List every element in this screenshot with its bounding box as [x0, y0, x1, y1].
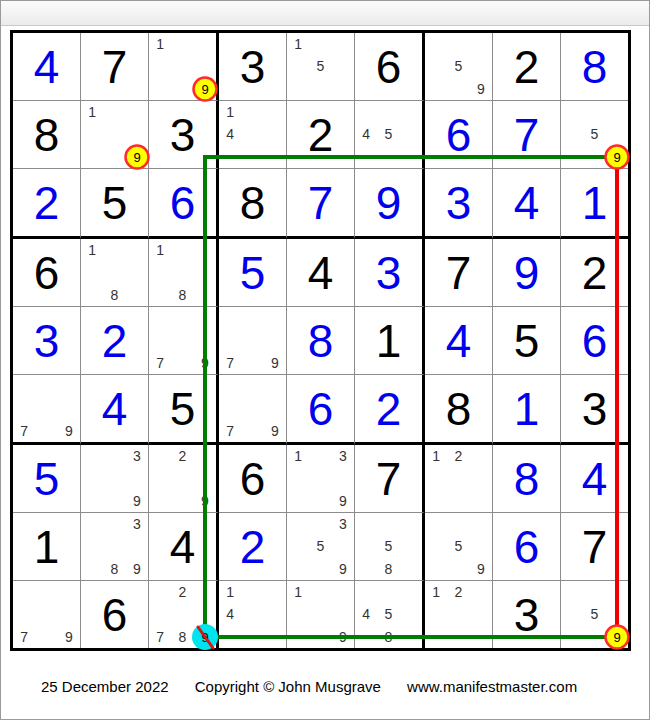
cell-r7c3[interactable]: 29	[149, 445, 219, 513]
solved-digit: 5	[219, 239, 286, 306]
candidate-9: 9	[58, 626, 80, 648]
solved-digit: 2	[81, 307, 148, 374]
pencil-marks: 79	[219, 307, 286, 374]
cell-r1c5[interactable]: 15	[287, 33, 355, 101]
solved-digit: 8	[493, 445, 560, 512]
given-digit: 7	[561, 513, 628, 580]
pencil-marks: 12	[425, 445, 492, 512]
candidate-9: 9	[332, 626, 354, 648]
solved-digit: 4	[493, 169, 560, 236]
cell-r1c4[interactable]: 3	[219, 33, 287, 101]
given-digit: 4	[149, 513, 216, 580]
cell-r2c9[interactable]: 5	[561, 101, 628, 169]
pencil-marks: 79	[219, 375, 286, 442]
candidate-8: 8	[377, 626, 399, 648]
candidate-2: 2	[447, 445, 469, 467]
cell-r1c6[interactable]: 6	[355, 33, 425, 101]
pencil-marks: 59	[425, 33, 492, 100]
sudoku-board: 4713156592881314245675256879341618185437…	[10, 30, 631, 651]
given-digit: 3	[493, 581, 560, 648]
cell-r4c4[interactable]: 5	[219, 239, 287, 307]
cell-r3c2[interactable]: 5	[81, 169, 149, 239]
pencil-marks: 19	[287, 581, 354, 648]
candidate-7: 7	[149, 352, 171, 374]
cell-r4c3[interactable]: 18	[149, 239, 219, 307]
cell-r3c3[interactable]: 6	[149, 169, 219, 239]
pencil-marks: 5	[561, 581, 628, 648]
candidate-8: 8	[103, 284, 125, 306]
cell-r5c8[interactable]: 5	[493, 307, 561, 375]
cell-r1c9[interactable]: 8	[561, 33, 628, 101]
pencil-marks: 458	[355, 581, 422, 648]
candidate-3: 3	[332, 513, 354, 535]
candidate-9: 9	[264, 352, 286, 374]
given-digit: 1	[355, 307, 422, 374]
cell-r7c6[interactable]: 7	[355, 445, 425, 513]
pencil-marks: 45	[355, 101, 422, 168]
cell-r1c1[interactable]: 4	[13, 33, 81, 101]
given-digit: 2	[561, 239, 628, 306]
solved-digit: 2	[219, 513, 286, 580]
candidate-8: 8	[171, 284, 193, 306]
cell-r1c3[interactable]: 1	[149, 33, 219, 101]
candidate-4: 4	[355, 603, 377, 625]
given-digit: 6	[219, 445, 286, 512]
cell-r8c9[interactable]: 7	[561, 513, 628, 581]
cell-r3c9[interactable]: 1	[561, 169, 628, 239]
pencil-marks: 5	[561, 101, 628, 168]
cell-r6c1[interactable]: 79	[13, 375, 81, 445]
cell-r4c2[interactable]: 18	[81, 239, 149, 307]
candidate-9: 9	[58, 420, 80, 442]
cell-r6c7[interactable]: 8	[425, 375, 493, 445]
solved-digit: 2	[13, 169, 80, 236]
candidate-1: 1	[425, 581, 447, 603]
cell-r1c2[interactable]: 7	[81, 33, 149, 101]
pencil-marks: 59	[425, 513, 492, 580]
solved-digit: 1	[561, 169, 628, 236]
cell-r5c4[interactable]: 79	[219, 307, 287, 375]
cell-r3c7[interactable]: 3	[425, 169, 493, 239]
footer: 25 December 2022 Copyright © John Musgra…	[41, 678, 577, 695]
candidate-8: 8	[171, 626, 193, 648]
cell-r5c7[interactable]: 4	[425, 307, 493, 375]
cell-r6c2[interactable]: 4	[81, 375, 149, 445]
cell-r6c6[interactable]: 2	[355, 375, 425, 445]
given-digit: 6	[355, 33, 422, 100]
solved-digit: 6	[149, 169, 216, 236]
candidate-9: 9	[332, 558, 354, 580]
footer-copyright: Copyright © John Musgrave	[195, 678, 381, 695]
solved-digit: 4	[81, 375, 148, 442]
pencil-marks: 278	[149, 581, 216, 648]
cell-r8c6[interactable]: 58	[355, 513, 425, 581]
given-digit: 7	[355, 445, 422, 512]
cell-r2c6[interactable]: 45	[355, 101, 425, 169]
candidate-1: 1	[425, 445, 447, 467]
candidate-5: 5	[377, 603, 399, 625]
cell-r9c3[interactable]: 278	[149, 581, 219, 648]
pencil-marks: 29	[149, 445, 216, 512]
given-digit: 8	[219, 169, 286, 236]
cell-r6c9[interactable]: 3	[561, 375, 628, 445]
pencil-marks: 79	[13, 375, 80, 442]
candidate-9: 9	[470, 78, 492, 100]
cell-r2c1[interactable]: 8	[13, 101, 81, 169]
pencil-marks: 1	[149, 33, 216, 100]
candidate-5: 5	[309, 535, 331, 557]
app-window: 4713156592881314245675256879341618185437…	[0, 0, 650, 720]
candidate-1: 1	[287, 445, 309, 467]
solved-digit: 9	[355, 169, 422, 236]
given-digit: 6	[13, 239, 80, 306]
given-digit: 5	[81, 169, 148, 236]
cell-r4c9[interactable]: 2	[561, 239, 628, 307]
cell-r3c1[interactable]: 2	[13, 169, 81, 239]
pencil-marks: 79	[149, 307, 216, 374]
cell-r9c7[interactable]: 12	[425, 581, 493, 648]
solved-digit: 6	[561, 307, 628, 374]
cell-r9c8[interactable]: 3	[493, 581, 561, 648]
cell-r4c6[interactable]: 3	[355, 239, 425, 307]
cell-r7c8[interactable]: 8	[493, 445, 561, 513]
candidate-5: 5	[447, 535, 469, 557]
cell-r2c3[interactable]: 3	[149, 101, 219, 169]
solved-digit: 6	[425, 101, 492, 168]
candidate-3: 3	[126, 513, 148, 535]
cell-r6c4[interactable]: 79	[219, 375, 287, 445]
cell-r2c5[interactable]: 2	[287, 101, 355, 169]
candidate-2: 2	[171, 445, 193, 467]
candidate-5: 5	[447, 55, 469, 77]
footer-website: www.manifestmaster.com	[407, 678, 577, 695]
cell-r7c1[interactable]: 5	[13, 445, 81, 513]
candidate-7: 7	[219, 420, 241, 442]
cell-r6c5[interactable]: 6	[287, 375, 355, 445]
cell-r8c8[interactable]: 6	[493, 513, 561, 581]
cell-r8c3[interactable]: 4	[149, 513, 219, 581]
candidate-5: 5	[309, 55, 331, 77]
cell-r6c3[interactable]: 5	[149, 375, 219, 445]
candidate-1: 1	[81, 239, 103, 261]
cell-r5c3[interactable]: 79	[149, 307, 219, 375]
cell-r4c1[interactable]: 6	[13, 239, 81, 307]
given-digit: 7	[81, 33, 148, 100]
pencil-marks: 18	[81, 239, 148, 306]
cell-r1c7[interactable]: 59	[425, 33, 493, 101]
cell-r4c8[interactable]: 9	[493, 239, 561, 307]
cell-r3c4[interactable]: 8	[219, 169, 287, 239]
solved-digit: 3	[13, 307, 80, 374]
given-digit: 8	[425, 375, 492, 442]
cell-r7c2[interactable]: 39	[81, 445, 149, 513]
candidate-9: 9	[332, 490, 354, 512]
solved-digit: 9	[493, 239, 560, 306]
candidate-9: 9	[126, 558, 148, 580]
cell-r9c5[interactable]: 19	[287, 581, 355, 648]
sudoku-grid: 4713156592881314245675256879341618185437…	[10, 30, 631, 651]
given-digit: 1	[13, 513, 80, 580]
candidate-1: 1	[287, 33, 309, 55]
candidate-8: 8	[103, 558, 125, 580]
candidate-9: 9	[470, 558, 492, 580]
solved-digit: 5	[13, 445, 80, 512]
candidate-4: 4	[219, 123, 241, 145]
solved-digit: 3	[355, 239, 422, 306]
solved-digit: 4	[561, 445, 628, 512]
candidate-5: 5	[377, 123, 399, 145]
given-digit: 2	[493, 33, 560, 100]
given-digit: 7	[425, 239, 492, 306]
cell-r8c5[interactable]: 359	[287, 513, 355, 581]
solved-digit: 1	[493, 375, 560, 442]
solved-digit: 4	[13, 33, 80, 100]
footer-date: 25 December 2022	[41, 678, 169, 695]
pencil-marks: 58	[355, 513, 422, 580]
candidate-1: 1	[219, 101, 241, 123]
cell-r3c6[interactable]: 9	[355, 169, 425, 239]
candidate-1: 1	[81, 101, 103, 123]
candidate-4: 4	[355, 123, 377, 145]
cell-r7c5[interactable]: 139	[287, 445, 355, 513]
given-digit: 3	[219, 33, 286, 100]
cell-r9c1[interactable]: 79	[13, 581, 81, 648]
candidate-3: 3	[332, 445, 354, 467]
solved-digit: 2	[355, 375, 422, 442]
cell-r2c2[interactable]: 1	[81, 101, 149, 169]
candidate-1: 1	[287, 581, 309, 603]
given-digit: 3	[149, 101, 216, 168]
cell-r4c7[interactable]: 7	[425, 239, 493, 307]
candidate-9: 9	[126, 490, 148, 512]
solved-digit: 7	[287, 169, 354, 236]
cell-r2c7[interactable]: 6	[425, 101, 493, 169]
cell-r6c8[interactable]: 1	[493, 375, 561, 445]
candidate-9: 9	[194, 352, 216, 374]
cell-r5c2[interactable]: 2	[81, 307, 149, 375]
pencil-marks: 12	[425, 581, 492, 648]
solved-digit: 8	[287, 307, 354, 374]
cell-r7c9[interactable]: 4	[561, 445, 628, 513]
cell-r9c6[interactable]: 458	[355, 581, 425, 648]
candidate-4: 4	[219, 603, 241, 625]
pencil-marks: 39	[81, 445, 148, 512]
candidate-8: 8	[377, 558, 399, 580]
cell-r5c6[interactable]: 1	[355, 307, 425, 375]
candidate-9: 9	[264, 420, 286, 442]
cell-r3c8[interactable]: 4	[493, 169, 561, 239]
solved-digit: 6	[287, 375, 354, 442]
pencil-marks: 359	[287, 513, 354, 580]
candidate-9: 9	[194, 490, 216, 512]
cell-r2c8[interactable]: 7	[493, 101, 561, 169]
cell-r7c4[interactable]: 6	[219, 445, 287, 513]
given-digit: 5	[493, 307, 560, 374]
cell-r3c5[interactable]: 7	[287, 169, 355, 239]
pencil-marks: 139	[287, 445, 354, 512]
candidate-3: 3	[126, 445, 148, 467]
pencil-marks: 14	[219, 101, 286, 168]
candidate-7: 7	[13, 420, 35, 442]
cell-r8c7[interactable]: 59	[425, 513, 493, 581]
candidate-7: 7	[149, 626, 171, 648]
titlebar	[1, 1, 649, 26]
cell-r8c2[interactable]: 389	[81, 513, 149, 581]
cell-r5c9[interactable]: 6	[561, 307, 628, 375]
cell-r8c1[interactable]: 1	[13, 513, 81, 581]
pencil-marks: 1	[81, 101, 148, 168]
solved-digit: 6	[493, 513, 560, 580]
given-digit: 4	[287, 239, 354, 306]
cell-r1c8[interactable]: 2	[493, 33, 561, 101]
given-digit: 5	[149, 375, 216, 442]
candidate-1: 1	[219, 581, 241, 603]
candidate-5: 5	[583, 603, 605, 625]
cell-r5c1[interactable]: 3	[13, 307, 81, 375]
candidate-7: 7	[219, 352, 241, 374]
cell-r9c9[interactable]: 5	[561, 581, 628, 648]
candidate-5: 5	[583, 123, 605, 145]
cell-r5c5[interactable]: 8	[287, 307, 355, 375]
candidate-1: 1	[149, 239, 171, 261]
solved-digit: 3	[425, 169, 492, 236]
solved-digit: 8	[561, 33, 628, 100]
given-digit: 6	[81, 581, 148, 648]
solved-digit: 7	[493, 101, 560, 168]
candidate-1: 1	[149, 33, 171, 55]
given-digit: 3	[561, 375, 628, 442]
pencil-marks: 14	[219, 581, 286, 648]
cell-r9c2[interactable]: 6	[81, 581, 149, 648]
candidate-2: 2	[447, 581, 469, 603]
pencil-marks: 79	[13, 581, 80, 648]
given-digit: 8	[13, 101, 80, 168]
cell-r4c5[interactable]: 4	[287, 239, 355, 307]
candidate-7: 7	[13, 626, 35, 648]
candidate-2: 2	[171, 581, 193, 603]
cell-r2c4[interactable]: 14	[219, 101, 287, 169]
cell-r7c7[interactable]: 12	[425, 445, 493, 513]
cell-r9c4[interactable]: 14	[219, 581, 287, 648]
candidate-5: 5	[377, 535, 399, 557]
pencil-marks: 389	[81, 513, 148, 580]
pencil-marks: 18	[149, 239, 216, 306]
pencil-marks: 15	[287, 33, 354, 100]
given-digit: 2	[287, 101, 354, 168]
solved-digit: 4	[425, 307, 492, 374]
cell-r8c4[interactable]: 2	[219, 513, 287, 581]
